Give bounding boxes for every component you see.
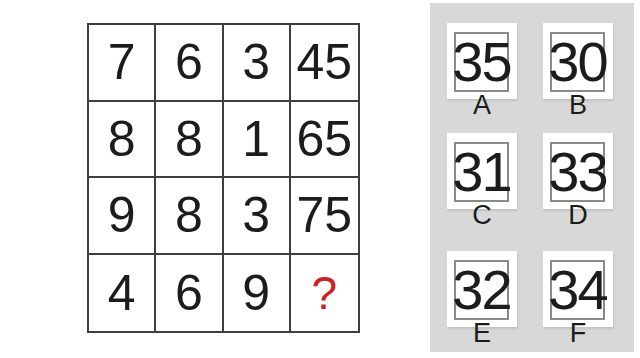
grid-cell-r3c1: 9 — [89, 178, 156, 255]
grid-cell-r1c3: 3 — [224, 25, 291, 102]
option-card-e[interactable]: 32 E — [447, 251, 517, 327]
option-c-value: 31 — [454, 142, 509, 202]
option-a-label: A — [447, 92, 517, 119]
grid-cell-r3c4: 75 — [291, 178, 358, 255]
grid-cell-r2c2: 8 — [156, 102, 223, 179]
option-d-label: D — [543, 202, 613, 229]
grid-cell-r2c3: 1 — [224, 102, 291, 179]
option-card-c[interactable]: 31 C — [447, 133, 517, 209]
option-b-value: 30 — [550, 32, 605, 92]
grid-cell-r1c1: 7 — [89, 25, 156, 102]
grid-cell-unknown: ? — [291, 255, 358, 332]
grid-cell-r4c3: 9 — [224, 255, 291, 332]
answer-options-panel: 35 A 30 B 31 C 33 D 32 E 34 F — [430, 3, 634, 352]
grid-cell-r2c4: 65 — [291, 102, 358, 179]
puzzle-screenshot: 7 6 3 45 8 8 1 65 9 8 3 75 4 6 9 ? 35 A … — [0, 0, 640, 358]
grid-cell-r4c2: 6 — [156, 255, 223, 332]
option-card-f[interactable]: 34 F — [543, 251, 613, 327]
grid-cell-r1c4: 45 — [291, 25, 358, 102]
option-card-d[interactable]: 33 D — [543, 133, 613, 209]
option-e-label: E — [447, 320, 517, 347]
grid-cell-r2c1: 8 — [89, 102, 156, 179]
puzzle-board: 7 6 3 45 8 8 1 65 9 8 3 75 4 6 9 ? — [87, 23, 360, 333]
option-a-value: 35 — [454, 32, 509, 92]
option-card-a[interactable]: 35 A — [447, 23, 517, 99]
option-f-value: 34 — [550, 260, 605, 320]
option-d-value: 33 — [550, 142, 605, 202]
grid-cell-r3c3: 3 — [224, 178, 291, 255]
grid-cell-r1c2: 6 — [156, 25, 223, 102]
option-e-value: 32 — [454, 260, 509, 320]
grid-cell-r4c1: 4 — [89, 255, 156, 332]
option-card-b[interactable]: 30 B — [543, 23, 613, 99]
option-c-label: C — [447, 202, 517, 229]
option-f-label: F — [543, 320, 613, 347]
grid-cell-r3c2: 8 — [156, 178, 223, 255]
option-b-label: B — [543, 92, 613, 119]
